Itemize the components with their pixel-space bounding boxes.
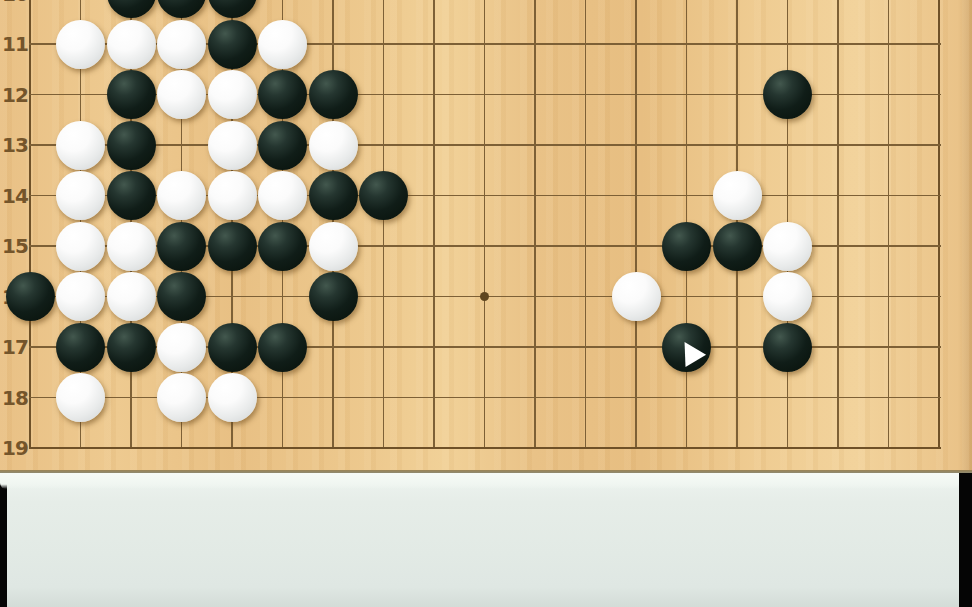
black-stone-c1-r16[interactable] — [6, 272, 55, 321]
black-stone-c15-r15[interactable] — [713, 222, 762, 271]
white-stone-c3-r16[interactable] — [107, 272, 156, 321]
black-stone-c7-r12[interactable] — [309, 70, 358, 119]
white-stone-c2-r14[interactable] — [56, 171, 105, 220]
black-stone-c4-r16[interactable] — [157, 272, 206, 321]
white-stone-c3-r11[interactable] — [107, 20, 156, 69]
white-stone-c6-r14[interactable] — [258, 171, 307, 220]
white-stone-c15-r14[interactable] — [713, 171, 762, 220]
black-stone-c6-r17[interactable] — [258, 323, 307, 372]
white-stone-c4-r11[interactable] — [157, 20, 206, 69]
black-stone-c6-r15[interactable] — [258, 222, 307, 271]
black-stone-c3-r10[interactable] — [107, 0, 156, 18]
white-stone-c4-r12[interactable] — [157, 70, 206, 119]
black-stone-c5-r15[interactable] — [208, 222, 257, 271]
white-stone-c2-r16[interactable] — [56, 272, 105, 321]
black-stone-c14-r17[interactable] — [662, 323, 711, 372]
white-stone-c7-r13[interactable] — [309, 121, 358, 170]
white-stone-c4-r18[interactable] — [157, 373, 206, 422]
white-stone-c16-r16[interactable] — [763, 272, 812, 321]
stones-grid — [5, 0, 965, 471]
black-stone-c3-r13[interactable] — [107, 121, 156, 170]
black-stone-c3-r14[interactable] — [107, 171, 156, 220]
black-stone-c16-r12[interactable] — [763, 70, 812, 119]
tray-panel-top-highlight — [0, 473, 959, 489]
white-stone-c16-r15[interactable] — [763, 222, 812, 271]
white-stone-c4-r14[interactable] — [157, 171, 206, 220]
black-stone-c16-r17[interactable] — [763, 323, 812, 372]
black-stone-c2-r17[interactable] — [56, 323, 105, 372]
white-stone-c6-r11[interactable] — [258, 20, 307, 69]
last-move-triangle-marker — [662, 323, 711, 372]
go-board[interactable]: 10111213141516171819 — [0, 0, 972, 471]
white-stone-c5-r12[interactable] — [208, 70, 257, 119]
white-stone-c2-r18[interactable] — [56, 373, 105, 422]
bottom-background — [0, 473, 972, 607]
white-stone-c5-r14[interactable] — [208, 171, 257, 220]
black-stone-c6-r12[interactable] — [258, 70, 307, 119]
black-stone-c14-r15[interactable] — [662, 222, 711, 271]
black-stone-c4-r15[interactable] — [157, 222, 206, 271]
white-stone-c5-r13[interactable] — [208, 121, 257, 170]
white-stone-c7-r15[interactable] — [309, 222, 358, 271]
white-stone-c4-r17[interactable] — [157, 323, 206, 372]
black-stone-c8-r14[interactable] — [359, 171, 408, 220]
captured-stones-tray-panel — [7, 473, 959, 607]
black-stone-c5-r11[interactable] — [208, 20, 257, 69]
black-stone-c5-r17[interactable] — [208, 323, 257, 372]
white-stone-c2-r15[interactable] — [56, 222, 105, 271]
black-stone-c3-r12[interactable] — [107, 70, 156, 119]
white-stone-c5-r18[interactable] — [208, 373, 257, 422]
black-stone-c6-r13[interactable] — [258, 121, 307, 170]
black-stone-c4-r10[interactable] — [157, 0, 206, 18]
black-stone-c7-r14[interactable] — [309, 171, 358, 220]
black-stone-c3-r17[interactable] — [107, 323, 156, 372]
white-stone-c2-r11[interactable] — [56, 20, 105, 69]
white-stone-c3-r15[interactable] — [107, 222, 156, 271]
white-stone-c13-r16[interactable] — [612, 272, 661, 321]
black-stone-c5-r10[interactable] — [208, 0, 257, 18]
black-stone-c7-r16[interactable] — [309, 272, 358, 321]
white-stone-c2-r13[interactable] — [56, 121, 105, 170]
